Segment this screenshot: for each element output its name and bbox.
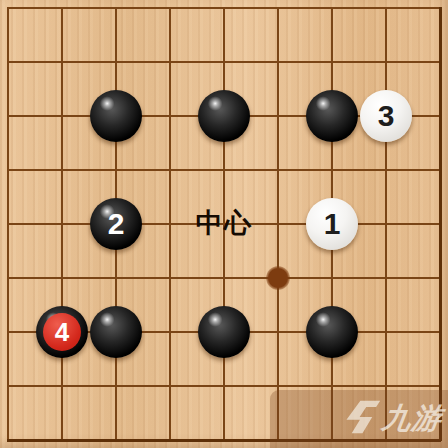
white-stone-move-3: 3: [360, 90, 412, 142]
watermark-text: 九游: [379, 399, 447, 439]
grid-line-vertical-7: [385, 7, 387, 441]
move-number-label: 2: [108, 209, 125, 239]
grid-line-horizontal-7: [7, 385, 441, 387]
grid-line-horizontal-5: [7, 277, 441, 279]
grid-line-vertical-5: [277, 7, 279, 441]
jiuyou-logo-icon: [338, 397, 383, 441]
black-stone: [198, 90, 250, 142]
black-stone: [306, 90, 358, 142]
move-number-label: 3: [378, 101, 395, 131]
black-stone: [90, 306, 142, 358]
center-point-label: 中心: [196, 205, 252, 241]
black-stone-move-2: 2: [90, 198, 142, 250]
go-board-diagram: 中心3214 九游: [0, 0, 448, 448]
white-stone-move-1: 1: [306, 198, 358, 250]
watermark-panel: 九游: [270, 390, 448, 448]
black-stone-move-4: 4: [36, 306, 88, 358]
black-stone: [306, 306, 358, 358]
marked-point-dot: [266, 266, 290, 290]
move-number-label: 4: [43, 313, 81, 351]
move-number-label: 1: [324, 209, 341, 239]
black-stone: [90, 90, 142, 142]
grid-line-vertical-8: [439, 7, 442, 441]
black-stone: [198, 306, 250, 358]
